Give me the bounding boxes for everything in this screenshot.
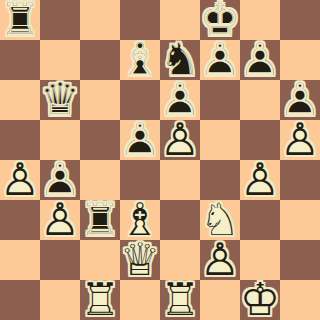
- square-h2[interactable]: [280, 240, 320, 280]
- square-a7[interactable]: [0, 40, 40, 80]
- black-bishop-d7[interactable]: ♝︎♗︎: [120, 40, 160, 80]
- square-b1[interactable]: [40, 280, 80, 320]
- square-g6[interactable]: [240, 80, 280, 120]
- square-d2[interactable]: ♛︎♕︎: [120, 240, 160, 280]
- square-e5[interactable]: ♟︎♙︎: [160, 120, 200, 160]
- square-h1[interactable]: [280, 280, 320, 320]
- square-c3[interactable]: ♜︎♖︎: [80, 200, 120, 240]
- square-e1[interactable]: ♜︎♖︎: [160, 280, 200, 320]
- white-king-g1[interactable]: ♚︎♔︎: [240, 280, 280, 320]
- white-rook-c1[interactable]: ♜︎♖︎: [80, 280, 120, 320]
- square-c6[interactable]: [80, 80, 120, 120]
- square-c1[interactable]: ♜︎♖︎: [80, 280, 120, 320]
- white-pawn-detail-lines: ♙︎: [160, 120, 200, 160]
- square-g3[interactable]: [240, 200, 280, 240]
- square-a4[interactable]: ♟︎♙︎: [0, 160, 40, 200]
- square-c5[interactable]: [80, 120, 120, 160]
- white-pawn-detail-lines: ♙︎: [280, 120, 320, 160]
- black-pawn-g7[interactable]: ♟︎♙︎: [240, 40, 280, 80]
- square-b2[interactable]: [40, 240, 80, 280]
- square-c7[interactable]: [80, 40, 120, 80]
- square-f7[interactable]: ♟︎♙︎: [200, 40, 240, 80]
- square-a6[interactable]: [0, 80, 40, 120]
- square-a8[interactable]: ♜︎♖︎: [0, 0, 40, 40]
- white-rook-detail-lines: ♖︎: [80, 280, 120, 320]
- square-e3[interactable]: [160, 200, 200, 240]
- square-a3[interactable]: [0, 200, 40, 240]
- square-f6[interactable]: [200, 80, 240, 120]
- white-rook-detail-lines: ♖︎: [160, 280, 200, 320]
- black-pawn-detail-lines: ♙︎: [200, 40, 240, 80]
- black-queen-detail-lines: ♕︎: [40, 80, 80, 120]
- square-f2[interactable]: ♟︎♙︎: [200, 240, 240, 280]
- white-pawn-f2[interactable]: ♟︎♙︎: [200, 240, 240, 280]
- black-rook-detail-lines: ♖︎: [0, 0, 40, 40]
- white-pawn-b3[interactable]: ♟︎♙︎: [40, 200, 80, 240]
- square-h5[interactable]: ♟︎♙︎: [280, 120, 320, 160]
- white-queen-detail-lines: ♕︎: [120, 240, 160, 280]
- black-rook-a8[interactable]: ♜︎♖︎: [0, 0, 40, 40]
- white-pawn-detail-lines: ♙︎: [0, 160, 40, 200]
- square-d7[interactable]: ♝︎♗︎: [120, 40, 160, 80]
- black-rook-c3[interactable]: ♜︎♖︎: [80, 200, 120, 240]
- square-e4[interactable]: [160, 160, 200, 200]
- square-f5[interactable]: [200, 120, 240, 160]
- black-pawn-d5[interactable]: ♟︎♙︎: [120, 120, 160, 160]
- white-pawn-detail-lines: ♙︎: [240, 160, 280, 200]
- square-g7[interactable]: ♟︎♙︎: [240, 40, 280, 80]
- square-d5[interactable]: ♟︎♙︎: [120, 120, 160, 160]
- white-pawn-detail-lines: ♙︎: [40, 200, 80, 240]
- white-pawn-detail-lines: ♙︎: [200, 240, 240, 280]
- square-f1[interactable]: [200, 280, 240, 320]
- black-pawn-detail-lines: ♙︎: [240, 40, 280, 80]
- square-b6[interactable]: ♛︎♕︎: [40, 80, 80, 120]
- square-g1[interactable]: ♚︎♔︎: [240, 280, 280, 320]
- square-a2[interactable]: [0, 240, 40, 280]
- square-a1[interactable]: [0, 280, 40, 320]
- black-rook-detail-lines: ♖︎: [80, 200, 120, 240]
- square-g4[interactable]: ♟︎♙︎: [240, 160, 280, 200]
- black-pawn-detail-lines: ♙︎: [120, 120, 160, 160]
- square-b3[interactable]: ♟︎♙︎: [40, 200, 80, 240]
- black-pawn-f7[interactable]: ♟︎♙︎: [200, 40, 240, 80]
- black-bishop-detail-lines: ♗︎: [120, 40, 160, 80]
- black-queen-b6[interactable]: ♛︎♕︎: [40, 80, 80, 120]
- square-c8[interactable]: [80, 0, 120, 40]
- white-pawn-h5[interactable]: ♟︎♙︎: [280, 120, 320, 160]
- white-queen-d2[interactable]: ♛︎♕︎: [120, 240, 160, 280]
- white-king-detail-lines: ♔︎: [240, 280, 280, 320]
- square-h8[interactable]: [280, 0, 320, 40]
- white-pawn-a4[interactable]: ♟︎♙︎: [0, 160, 40, 200]
- square-d1[interactable]: [120, 280, 160, 320]
- square-h4[interactable]: [280, 160, 320, 200]
- white-pawn-e5[interactable]: ♟︎♙︎: [160, 120, 200, 160]
- white-pawn-g4[interactable]: ♟︎♙︎: [240, 160, 280, 200]
- chess-board: ♜︎♖︎♚︎♔︎♝︎♗︎♞︎♘︎♟︎♙︎♟︎♙︎♛︎♕︎♟︎♙︎♟︎♙︎♟︎♙︎…: [0, 0, 320, 320]
- white-rook-e1[interactable]: ♜︎♖︎: [160, 280, 200, 320]
- square-b8[interactable]: [40, 0, 80, 40]
- square-h3[interactable]: [280, 200, 320, 240]
